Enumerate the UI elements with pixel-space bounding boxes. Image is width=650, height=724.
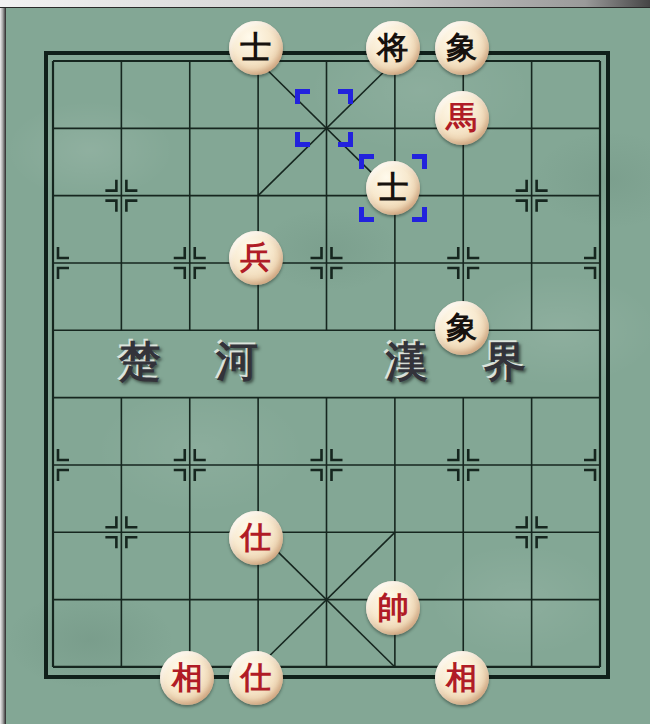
piece-red-general[interactable]: 帥	[366, 581, 420, 635]
piece-black-advisor[interactable]: 士	[366, 161, 420, 215]
piece-black-general[interactable]: 将	[366, 21, 420, 75]
window-left-edge	[0, 8, 6, 724]
piece-red-soldier[interactable]: 兵	[229, 231, 283, 285]
piece-red-horse[interactable]: 馬	[435, 91, 489, 145]
river-label: 楚	[112, 334, 168, 390]
piece-black-elephant[interactable]: 象	[435, 301, 489, 355]
river-label: 漢	[379, 334, 435, 390]
river-label: 界	[477, 334, 533, 390]
piece-red-elephant[interactable]: 相	[160, 651, 214, 705]
piece-black-advisor[interactable]: 士	[229, 21, 283, 75]
window-top-edge	[0, 0, 650, 8]
piece-black-elephant[interactable]: 象	[435, 21, 489, 75]
piece-red-advisor[interactable]: 仕	[229, 511, 283, 565]
piece-red-elephant[interactable]: 相	[435, 651, 489, 705]
river-label: 河	[209, 334, 265, 390]
xiangqi-app-window: 楚 河 漢 界 士将象馬士兵象仕帥相仕相	[0, 0, 650, 724]
piece-red-advisor[interactable]: 仕	[229, 651, 283, 705]
